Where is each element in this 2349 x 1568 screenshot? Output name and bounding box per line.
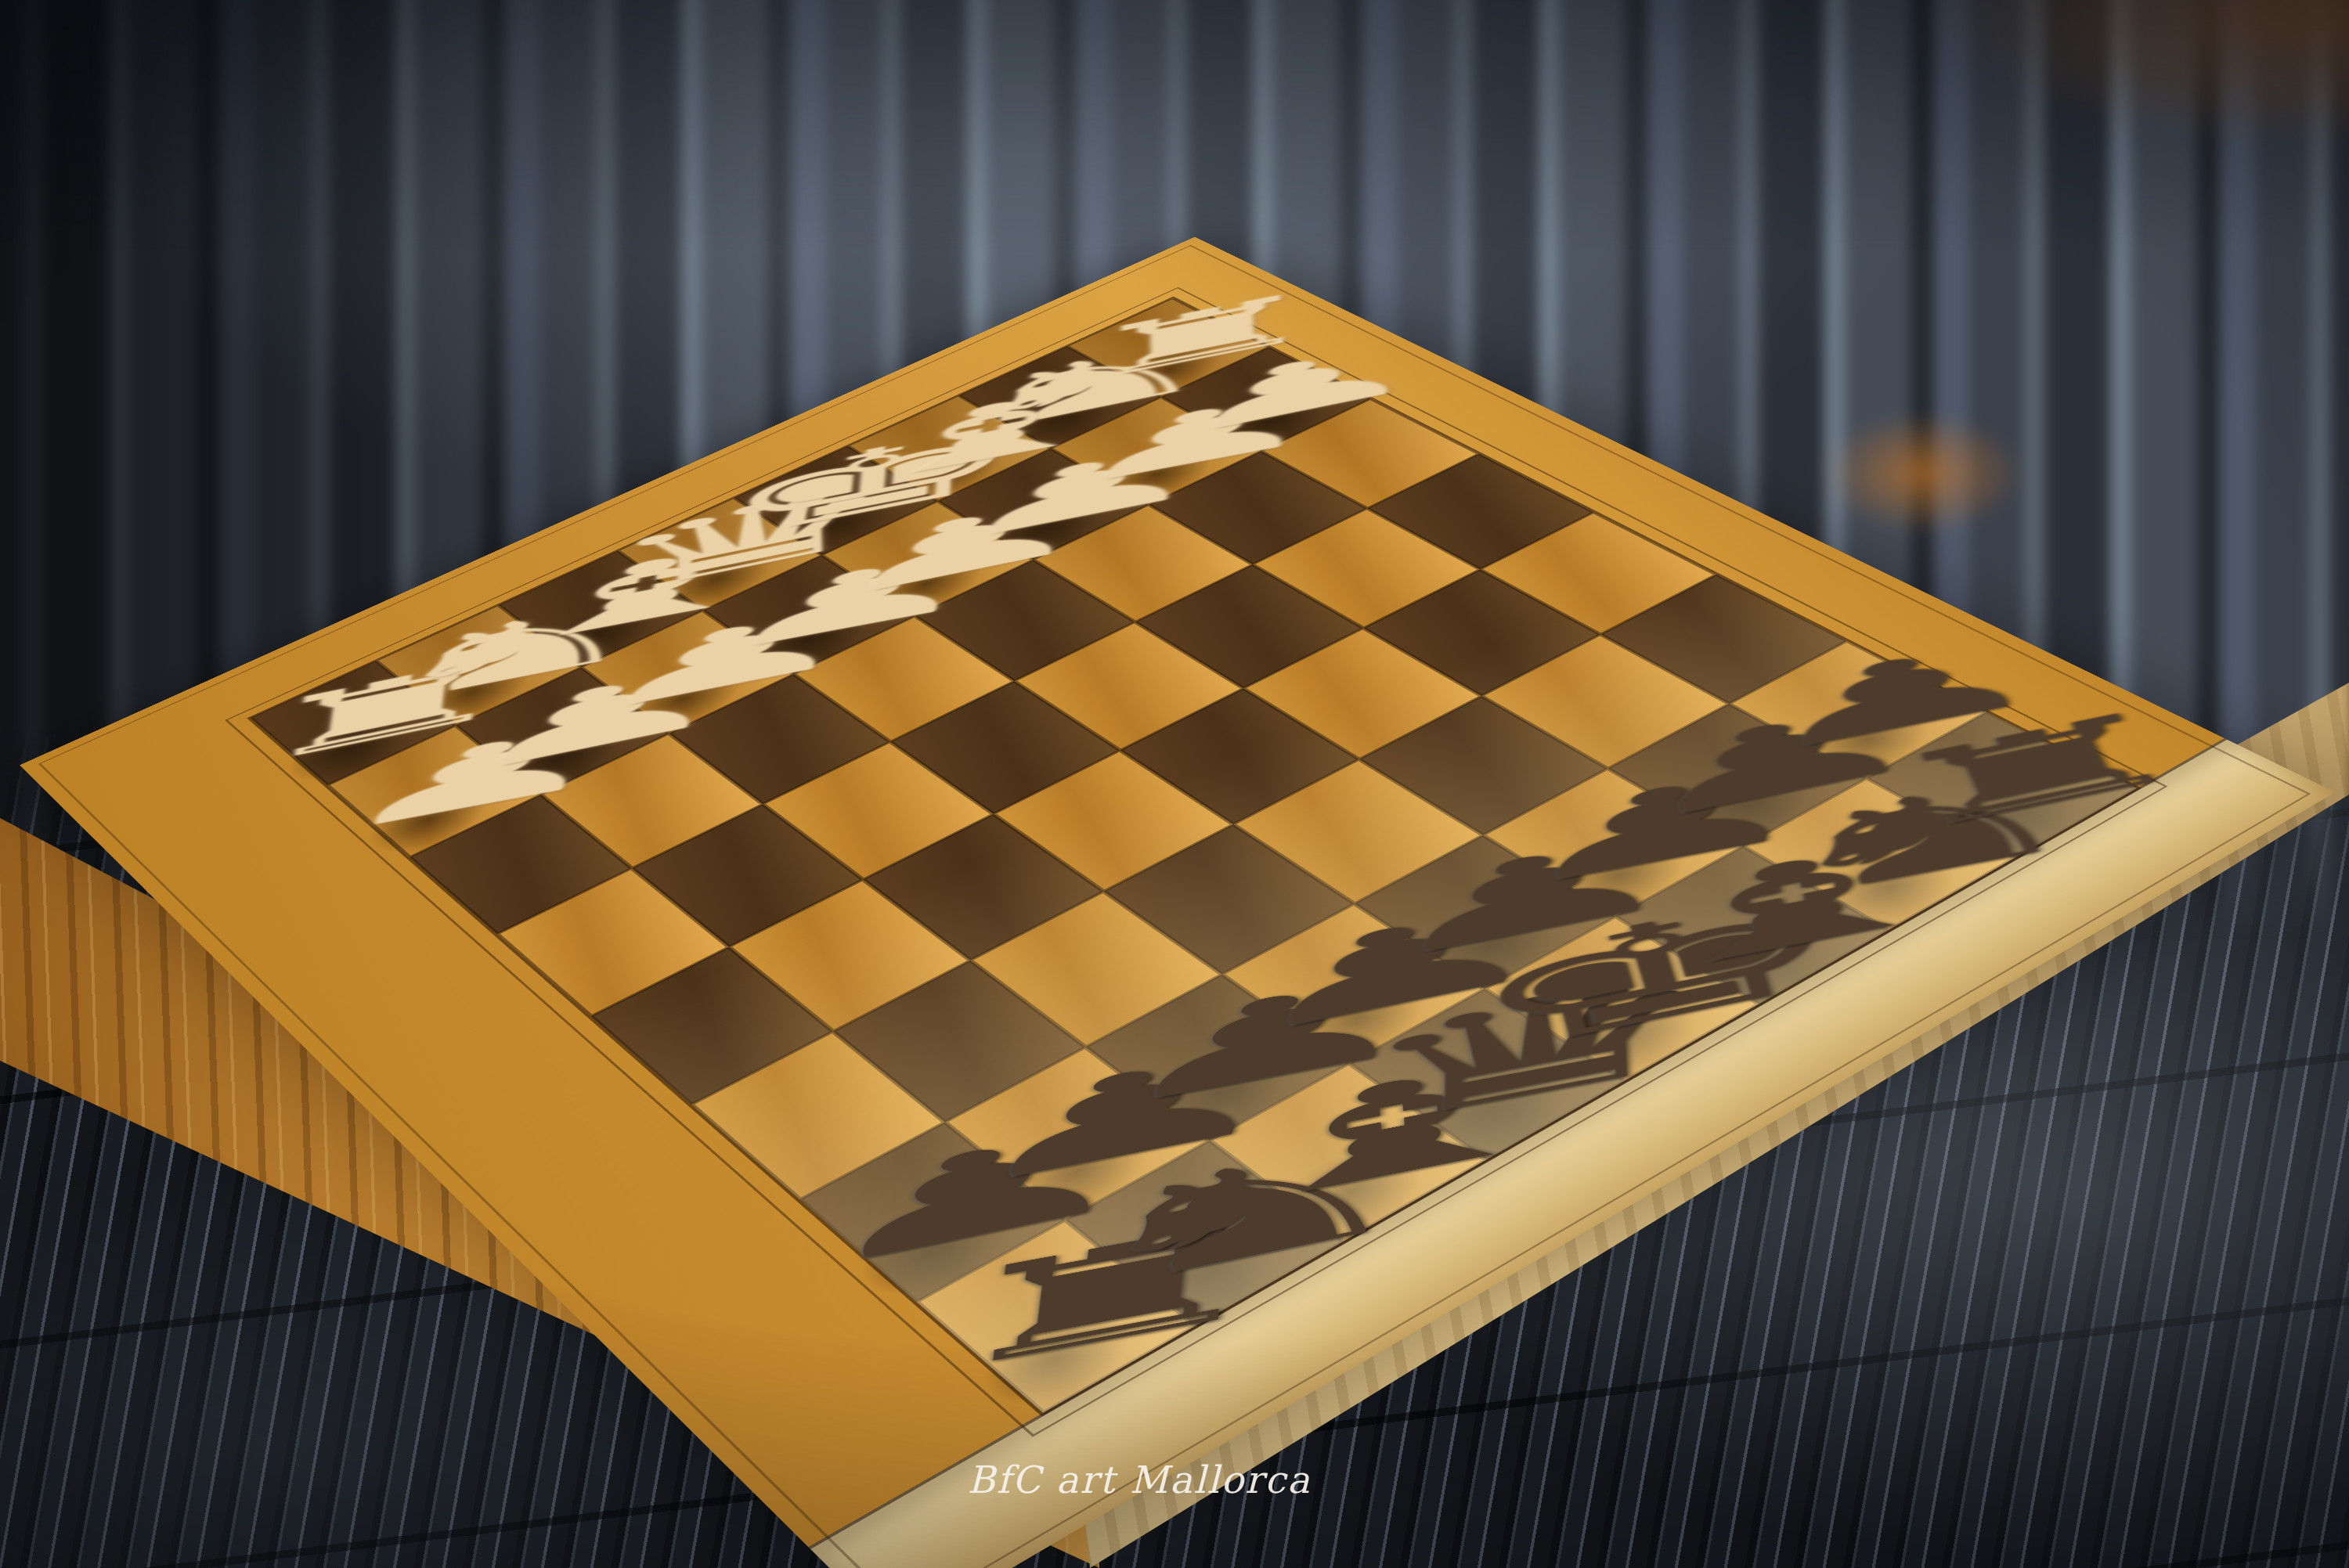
watermark: BfC art Mallorca: [968, 1458, 1312, 1501]
board-grid: ♜♞♝♛♚♝♞♜♟♟♟♟♟♟♟♟♟♟♟♟♟♟♟♟♜♞♝♛♚♝♞♜: [251, 298, 2137, 1413]
board-perspective-wrap: ♜♞♝♛♚♝♞♜♟♟♟♟♟♟♟♟♟♟♟♟♟♟♟♟♜♞♝♛♚♝♞♜: [0, 0, 2349, 1568]
chess-board: ♜♞♝♛♚♝♞♜♟♟♟♟♟♟♟♟♟♟♟♟♟♟♟♟♜♞♝♛♚♝♞♜: [20, 237, 2335, 1568]
photo-canvas: ♜♞♝♛♚♝♞♜♟♟♟♟♟♟♟♟♟♟♟♟♟♟♟♟♜♞♝♛♚♝♞♜ BfC art…: [0, 0, 2349, 1568]
board-scene: ♜♞♝♛♚♝♞♜♟♟♟♟♟♟♟♟♟♟♟♟♟♟♟♟♜♞♝♛♚♝♞♜: [0, 0, 2349, 1568]
